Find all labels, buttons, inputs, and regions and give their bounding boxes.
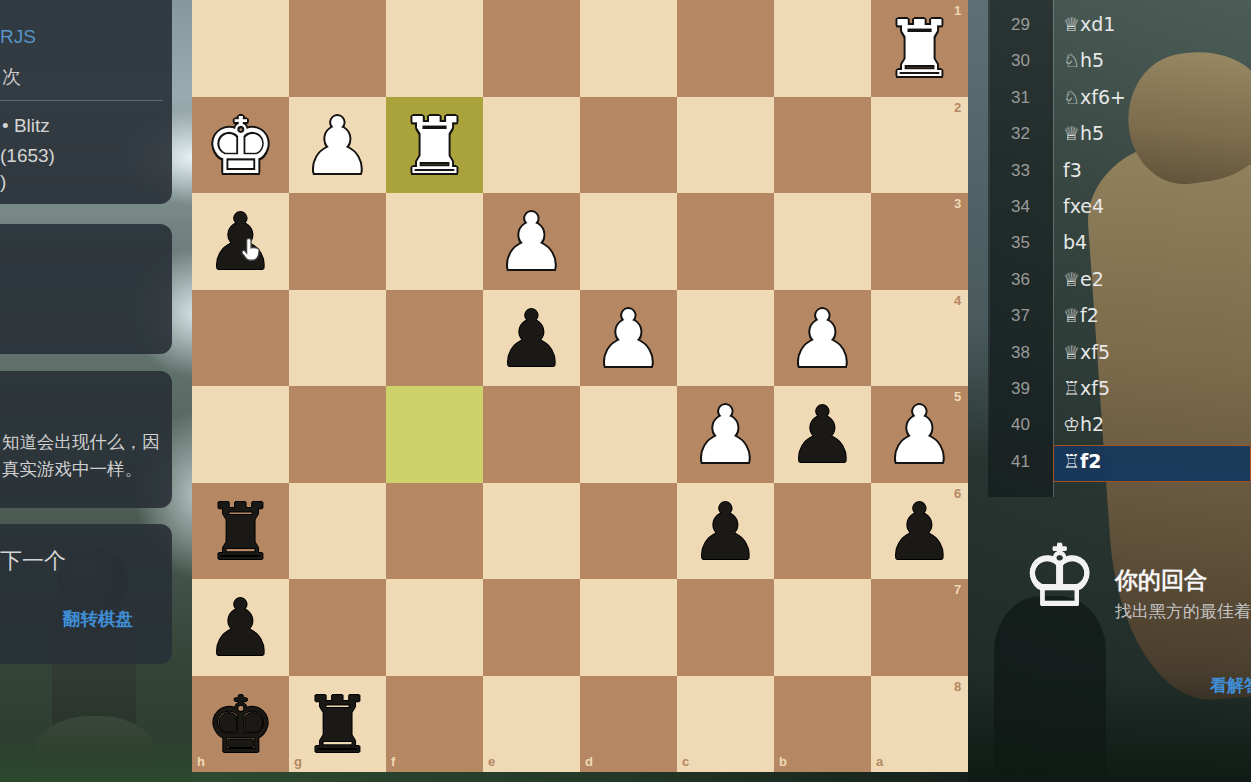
piece-white-pawn: ♟: [289, 97, 386, 194]
square-h6[interactable]: ♜: [192, 483, 289, 580]
square-b7[interactable]: [774, 579, 871, 676]
game-info-line: ): [0, 171, 6, 193]
piece-white-rook: ♜: [386, 97, 483, 194]
square-f4[interactable]: [386, 290, 483, 387]
move-san: ♕e2: [1063, 268, 1104, 290]
piece-black-pawn: ♟: [774, 386, 871, 483]
square-b8[interactable]: [774, 676, 871, 773]
move-san: ♖f2: [1063, 450, 1102, 472]
square-b5[interactable]: ♟: [774, 386, 871, 483]
square-g1[interactable]: [289, 0, 386, 97]
rank-label-1: 1: [954, 3, 961, 18]
move-san: f3: [1063, 159, 1082, 181]
square-e1[interactable]: [483, 0, 580, 97]
piece-white-king: ♚: [192, 97, 289, 194]
square-c4[interactable]: [677, 290, 774, 387]
square-e3[interactable]: ♟: [483, 193, 580, 290]
move-number: 35: [988, 233, 1053, 253]
square-e7[interactable]: [483, 579, 580, 676]
file-label-h: h: [197, 754, 205, 769]
move-row-36[interactable]: 36♕e2: [968, 263, 1251, 300]
move-row-35[interactable]: 35b4: [968, 226, 1251, 263]
move-row-33[interactable]: 33f3: [968, 154, 1251, 191]
square-e2[interactable]: [483, 97, 580, 194]
move-row-38[interactable]: 38♕xf5: [968, 336, 1251, 373]
move-number: 37: [988, 306, 1053, 326]
square-h2[interactable]: ♚: [192, 97, 289, 194]
move-number: 39: [988, 379, 1053, 399]
move-number: 29: [988, 15, 1053, 35]
hint-text-line: 知道会出现什么，因: [2, 430, 160, 454]
square-h7[interactable]: ♟: [192, 579, 289, 676]
rank-label-7: 7: [954, 582, 961, 597]
square-e4[interactable]: ♟: [483, 290, 580, 387]
divider: [0, 100, 163, 101]
move-san: ♘h5: [1063, 49, 1104, 71]
square-d6[interactable]: [580, 483, 677, 580]
piece-black-pawn: ♟: [192, 579, 289, 676]
move-row-30[interactable]: 30♘h5: [968, 44, 1251, 81]
rank-label-8: 8: [954, 679, 961, 694]
move-san: ♖xf5: [1063, 377, 1110, 399]
square-g4[interactable]: [289, 290, 386, 387]
move-number: 31: [988, 88, 1053, 108]
move-number: 34: [988, 197, 1053, 217]
square-c2[interactable]: [677, 97, 774, 194]
square-c7[interactable]: [677, 579, 774, 676]
square-b6[interactable]: [774, 483, 871, 580]
square-b2[interactable]: [774, 97, 871, 194]
move-number: 30: [988, 51, 1053, 71]
piece-black-king: ♚: [192, 676, 289, 773]
piece-black-rook: ♜: [192, 483, 289, 580]
move-san: ♘xf6+: [1063, 86, 1126, 108]
square-h8[interactable]: ♚: [192, 676, 289, 773]
rank-label-4: 4: [954, 293, 961, 308]
turn-title: 你的回合: [1115, 565, 1207, 596]
actions-panel: [0, 524, 172, 664]
move-number: 36: [988, 270, 1053, 290]
move-san: ♕h5: [1063, 122, 1104, 144]
square-g5[interactable]: [289, 386, 386, 483]
file-label-b: b: [779, 754, 787, 769]
square-d2[interactable]: [580, 97, 677, 194]
piece-black-pawn: ♟: [677, 483, 774, 580]
mouse-hand-cursor: [238, 236, 266, 264]
move-san: ♔h2: [1063, 413, 1104, 435]
forest-photo: [968, 672, 1251, 782]
rank-label-5: 5: [954, 389, 961, 404]
square-f2[interactable]: ♜: [386, 97, 483, 194]
turn-subtitle: 找出黑方的最佳着法: [1115, 600, 1251, 623]
next-puzzle-label[interactable]: 下一个: [0, 546, 66, 576]
square-c8[interactable]: [677, 676, 774, 773]
square-f5[interactable]: [386, 386, 483, 483]
file-label-c: c: [682, 754, 689, 769]
move-list: 29♕xd130♘h531♘xf6+32♕h533f334fxe435b436♕…: [968, 0, 1251, 500]
player-panel: [0, 224, 172, 354]
square-g3[interactable]: [289, 193, 386, 290]
user-link[interactable]: RJS: [0, 26, 36, 48]
move-san: ♕f2: [1063, 304, 1099, 326]
square-g8[interactable]: ♜: [289, 676, 386, 773]
piece-white-pawn: ♟: [580, 290, 677, 387]
game-info-line: (1653): [0, 145, 55, 167]
square-g6[interactable]: [289, 483, 386, 580]
square-c3[interactable]: [677, 193, 774, 290]
file-label-a: a: [876, 754, 883, 769]
move-row-40[interactable]: 40♔h2: [968, 408, 1251, 445]
file-label-e: e: [488, 754, 495, 769]
ground-photo: [0, 730, 192, 782]
move-row-32[interactable]: 32♕h5: [968, 117, 1251, 154]
move-row-29[interactable]: 29♕xd1: [968, 8, 1251, 45]
move-san: ♕xd1: [1063, 13, 1115, 35]
square-d7[interactable]: [580, 579, 677, 676]
square-f3[interactable]: [386, 193, 483, 290]
square-c6[interactable]: ♟: [677, 483, 774, 580]
flip-board-link[interactable]: 翻转棋盘: [63, 607, 133, 631]
square-c5[interactable]: ♟: [677, 386, 774, 483]
views-label: 次: [2, 64, 21, 90]
square-b1[interactable]: [774, 0, 871, 97]
square-b3[interactable]: [774, 193, 871, 290]
square-e5[interactable]: [483, 386, 580, 483]
move-row-34[interactable]: 34fxe4: [968, 190, 1251, 227]
square-d4[interactable]: ♟: [580, 290, 677, 387]
square-g2[interactable]: ♟: [289, 97, 386, 194]
square-f7[interactable]: [386, 579, 483, 676]
move-row-41[interactable]: 41♖f2: [968, 445, 1251, 482]
rank-label-3: 3: [954, 196, 961, 211]
square-d3[interactable]: [580, 193, 677, 290]
square-h4[interactable]: [192, 290, 289, 387]
square-e8[interactable]: [483, 676, 580, 773]
square-c1[interactable]: [677, 0, 774, 97]
rank-label-2: 2: [954, 100, 961, 115]
file-label-f: f: [391, 754, 395, 769]
move-row-39[interactable]: 39♖xf5: [968, 372, 1251, 409]
move-row-37[interactable]: 37♕f2: [968, 299, 1251, 336]
square-f1[interactable]: [386, 0, 483, 97]
file-label-d: d: [585, 754, 593, 769]
piece-black-rook: ♜: [289, 676, 386, 773]
piece-black-pawn: ♟: [483, 290, 580, 387]
move-san: fxe4: [1063, 195, 1104, 217]
square-e6[interactable]: [483, 483, 580, 580]
move-san: b4: [1063, 231, 1087, 253]
square-b4[interactable]: ♟: [774, 290, 871, 387]
piece-white-pawn: ♟: [483, 193, 580, 290]
hint-text-line: 真实游戏中一样。: [2, 457, 142, 481]
rank-label-6: 6: [954, 486, 961, 501]
move-number: 33: [988, 161, 1053, 181]
piece-white-pawn: ♟: [677, 386, 774, 483]
square-h1[interactable]: [192, 0, 289, 97]
chess-board[interactable]: ♜♚♟♜♟♟♟♟♟♟♟♟♜♟♟♟♚♜12345678hgfedcba: [192, 0, 968, 772]
puzzle-screen: RJS 次 • Blitz (1653) ) 知道会出现什么，因 真实游戏中一样…: [0, 0, 1251, 782]
square-f8[interactable]: [386, 676, 483, 773]
square-g7[interactable]: [289, 579, 386, 676]
black-king-icon: ♔: [1022, 534, 1097, 618]
move-number: 41: [988, 452, 1053, 472]
move-number: 32: [988, 124, 1053, 144]
square-d5[interactable]: [580, 386, 677, 483]
square-h5[interactable]: [192, 386, 289, 483]
move-number: 38: [988, 343, 1053, 363]
square-d1[interactable]: [580, 0, 677, 97]
move-number: 40: [988, 415, 1053, 435]
square-f6[interactable]: [386, 483, 483, 580]
move-san: ♕xf5: [1063, 341, 1110, 363]
view-solution-link[interactable]: 看解答: [1210, 674, 1251, 697]
piece-white-pawn: ♟: [774, 290, 871, 387]
game-info-line: • Blitz: [2, 115, 50, 137]
move-row-31[interactable]: 31♘xf6+: [968, 81, 1251, 118]
file-label-g: g: [294, 754, 302, 769]
square-d8[interactable]: [580, 676, 677, 773]
